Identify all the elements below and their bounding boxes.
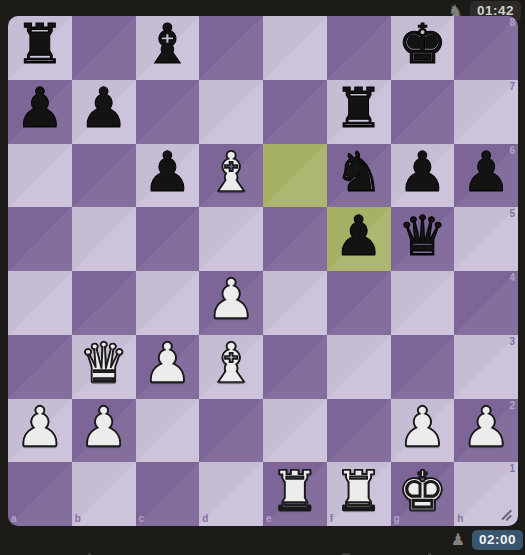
square-d2[interactable] xyxy=(199,399,263,463)
square-c2[interactable] xyxy=(136,399,200,463)
white-bishop[interactable]: ♝ xyxy=(206,145,255,200)
square-f7[interactable]: ♜ xyxy=(327,80,391,144)
rank-label-8: 8 xyxy=(509,18,515,28)
square-f2[interactable] xyxy=(327,399,391,463)
square-a8[interactable]: ♜ xyxy=(8,16,72,80)
board-resize-handle[interactable] xyxy=(500,508,513,521)
black-queen[interactable]: ♛ xyxy=(398,209,447,264)
square-e5[interactable] xyxy=(263,207,327,271)
black-pawn[interactable]: ♟ xyxy=(79,81,128,136)
square-a2[interactable]: ♟ xyxy=(8,399,72,463)
square-d1[interactable]: d xyxy=(199,462,263,526)
square-b8[interactable] xyxy=(72,16,136,80)
black-knight[interactable]: ♞ xyxy=(334,145,383,200)
square-g8[interactable]: ♚ xyxy=(391,16,455,80)
square-f5[interactable]: ♟ xyxy=(327,207,391,271)
square-h7[interactable]: 7 xyxy=(454,80,518,144)
square-e4[interactable] xyxy=(263,271,327,335)
square-h6[interactable]: ♟6 xyxy=(454,144,518,208)
bottom-clock: 02:00 xyxy=(472,530,523,550)
file-label-f: f xyxy=(330,514,333,524)
square-f8[interactable] xyxy=(327,16,391,80)
black-bishop[interactable]: ♝ xyxy=(143,17,192,72)
square-h4[interactable]: 4 xyxy=(454,271,518,335)
square-f4[interactable] xyxy=(327,271,391,335)
black-pawn[interactable]: ♟ xyxy=(15,81,64,136)
white-rook[interactable]: ♜ xyxy=(334,464,383,519)
black-pawn[interactable]: ♟ xyxy=(398,145,447,200)
square-g6[interactable]: ♟ xyxy=(391,144,455,208)
black-rook[interactable]: ♜ xyxy=(334,81,383,136)
square-d7[interactable] xyxy=(199,80,263,144)
square-e3[interactable] xyxy=(263,335,327,399)
file-label-d: d xyxy=(202,514,208,524)
black-pawn[interactable]: ♟ xyxy=(461,145,510,200)
chess-board[interactable]: ♜♝♚8♟♟♜7♟♝♞♟♟6♟♛5♟4♛♟♝3♟♟♟♟2abcd♜e♜f♚g1h xyxy=(8,16,518,526)
square-e2[interactable] xyxy=(263,399,327,463)
chess-game-screen: ♞ 01:42 ♜♝♚8♟♟♜7♟♝♞♟♟6♟♛5♟4♛♟♝3♟♟♟♟2abcd… xyxy=(0,0,525,555)
black-rook[interactable]: ♜ xyxy=(15,17,64,72)
square-b5[interactable] xyxy=(72,207,136,271)
square-c7[interactable] xyxy=(136,80,200,144)
white-pawn[interactable]: ♟ xyxy=(15,400,64,455)
square-d4[interactable]: ♟ xyxy=(199,271,263,335)
file-label-h: h xyxy=(457,514,463,524)
square-f6[interactable]: ♞ xyxy=(327,144,391,208)
square-d5[interactable] xyxy=(199,207,263,271)
square-a3[interactable] xyxy=(8,335,72,399)
square-h8[interactable]: 8 xyxy=(454,16,518,80)
white-queen[interactable]: ♛ xyxy=(79,336,128,391)
rank-label-4: 4 xyxy=(509,273,515,283)
square-g4[interactable] xyxy=(391,271,455,335)
square-a7[interactable]: ♟ xyxy=(8,80,72,144)
square-e7[interactable] xyxy=(263,80,327,144)
square-c5[interactable] xyxy=(136,207,200,271)
white-pawn[interactable]: ♟ xyxy=(461,400,510,455)
file-label-b: b xyxy=(75,514,81,524)
black-pawn[interactable]: ♟ xyxy=(334,209,383,264)
square-c6[interactable]: ♟ xyxy=(136,144,200,208)
captured-pawn-icon: ♟ xyxy=(451,532,465,548)
square-b6[interactable] xyxy=(72,144,136,208)
square-h2[interactable]: ♟2 xyxy=(454,399,518,463)
square-g5[interactable]: ♛ xyxy=(391,207,455,271)
rank-label-3: 3 xyxy=(509,337,515,347)
white-pawn[interactable]: ♟ xyxy=(398,400,447,455)
square-g7[interactable] xyxy=(391,80,455,144)
square-g1[interactable]: ♚g xyxy=(391,462,455,526)
rank-label-7: 7 xyxy=(509,82,515,92)
square-a1[interactable]: a xyxy=(8,462,72,526)
square-a4[interactable] xyxy=(8,271,72,335)
white-king[interactable]: ♚ xyxy=(398,464,447,519)
square-e1[interactable]: ♜e xyxy=(263,462,327,526)
bottom-player-clock-area: ♟ 02:00 xyxy=(451,530,523,550)
file-label-c: c xyxy=(139,514,145,524)
square-a5[interactable] xyxy=(8,207,72,271)
square-b2[interactable]: ♟ xyxy=(72,399,136,463)
square-f1[interactable]: ♜f xyxy=(327,462,391,526)
square-b3[interactable]: ♛ xyxy=(72,335,136,399)
square-c3[interactable]: ♟ xyxy=(136,335,200,399)
rank-label-5: 5 xyxy=(509,209,515,219)
white-pawn[interactable]: ♟ xyxy=(79,400,128,455)
white-rook[interactable]: ♜ xyxy=(270,464,319,519)
square-d8[interactable] xyxy=(199,16,263,80)
square-b4[interactable] xyxy=(72,271,136,335)
square-c4[interactable] xyxy=(136,271,200,335)
square-b7[interactable]: ♟ xyxy=(72,80,136,144)
square-h5[interactable]: 5 xyxy=(454,207,518,271)
square-d6[interactable]: ♝ xyxy=(199,144,263,208)
square-c8[interactable]: ♝ xyxy=(136,16,200,80)
file-label-a: a xyxy=(11,514,17,524)
white-pawn[interactable]: ♟ xyxy=(206,272,255,327)
square-a6[interactable] xyxy=(8,144,72,208)
square-e8[interactable] xyxy=(263,16,327,80)
black-king[interactable]: ♚ xyxy=(398,17,447,72)
square-h3[interactable]: 3 xyxy=(454,335,518,399)
square-f3[interactable] xyxy=(327,335,391,399)
square-e6[interactable] xyxy=(263,144,327,208)
square-g3[interactable] xyxy=(391,335,455,399)
square-c1[interactable]: c xyxy=(136,462,200,526)
square-d3[interactable]: ♝ xyxy=(199,335,263,399)
square-g2[interactable]: ♟ xyxy=(391,399,455,463)
rank-label-1: 1 xyxy=(509,464,515,474)
black-pawn[interactable]: ♟ xyxy=(143,145,192,200)
white-pawn[interactable]: ♟ xyxy=(143,336,192,391)
white-bishop[interactable]: ♝ xyxy=(206,336,255,391)
square-b1[interactable]: b xyxy=(72,462,136,526)
